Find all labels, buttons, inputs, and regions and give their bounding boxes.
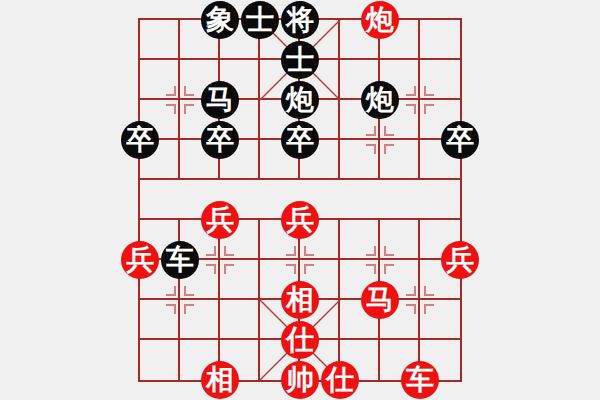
app-background: 象士将炮士马炮炮卒卒卒卒兵兵兵车兵相马仕相帅仕车 [0, 0, 600, 400]
point-marker-corner [224, 246, 234, 256]
point-marker-corner [424, 304, 434, 314]
point-marker-corner [366, 126, 376, 136]
point-marker [366, 246, 394, 274]
point-marker-corner [304, 246, 314, 256]
point-marker-corner [166, 86, 176, 96]
piece-red-chariot[interactable]: 车 [401, 361, 439, 399]
piece-black-soldier[interactable]: 卒 [281, 121, 319, 159]
point-marker [366, 126, 394, 154]
point-marker-corner [166, 286, 176, 296]
piece-black-horse[interactable]: 马 [201, 81, 239, 119]
point-marker-corner [406, 86, 416, 96]
point-marker [406, 286, 434, 314]
piece-black-elephant[interactable]: 象 [201, 1, 239, 39]
point-marker-corner [366, 264, 376, 274]
piece-black-soldier[interactable]: 卒 [201, 121, 239, 159]
point-marker-corner [206, 246, 216, 256]
point-marker [166, 86, 194, 114]
point-marker-corner [406, 304, 416, 314]
point-marker-corner [384, 126, 394, 136]
point-marker [406, 86, 434, 114]
point-marker [166, 286, 194, 314]
point-marker-corner [166, 304, 176, 314]
piece-black-advisor[interactable]: 士 [281, 41, 319, 79]
point-marker-corner [184, 286, 194, 296]
piece-red-advisor[interactable]: 仕 [321, 361, 359, 399]
point-marker-corner [424, 104, 434, 114]
point-marker-corner [206, 264, 216, 274]
point-marker-corner [286, 246, 296, 256]
piece-black-advisor[interactable]: 士 [241, 1, 279, 39]
point-marker-corner [366, 246, 376, 256]
point-marker-corner [184, 304, 194, 314]
point-marker [206, 246, 234, 274]
point-marker [286, 246, 314, 274]
point-marker-corner [366, 144, 376, 154]
piece-black-soldier[interactable]: 卒 [441, 121, 479, 159]
piece-black-general[interactable]: 将 [281, 1, 319, 39]
piece-red-soldier[interactable]: 兵 [201, 201, 239, 239]
board-overlay: 象士将炮士马炮炮卒卒卒卒兵兵兵车兵相马仕相帅仕车 [140, 20, 460, 380]
point-marker-corner [384, 246, 394, 256]
point-marker-corner [224, 264, 234, 274]
piece-red-advisor[interactable]: 仕 [281, 321, 319, 359]
point-marker-corner [406, 104, 416, 114]
point-marker-corner [184, 104, 194, 114]
point-marker-corner [424, 86, 434, 96]
piece-red-horse[interactable]: 马 [361, 281, 399, 319]
point-marker-corner [286, 264, 296, 274]
piece-red-soldier[interactable]: 兵 [121, 241, 159, 279]
piece-red-cannon[interactable]: 炮 [361, 1, 399, 39]
point-marker-corner [424, 286, 434, 296]
piece-black-cannon[interactable]: 炮 [281, 81, 319, 119]
point-marker-corner [406, 286, 416, 296]
piece-red-general[interactable]: 帅 [281, 361, 319, 399]
piece-red-soldier[interactable]: 兵 [281, 201, 319, 239]
point-marker-corner [384, 264, 394, 274]
point-marker-corner [184, 86, 194, 96]
piece-black-soldier[interactable]: 卒 [121, 121, 159, 159]
piece-black-chariot[interactable]: 车 [161, 241, 199, 279]
xiangqi-board: 象士将炮士马炮炮卒卒卒卒兵兵兵车兵相马仕相帅仕车 [138, 18, 462, 382]
point-marker-corner [166, 104, 176, 114]
piece-red-elephant[interactable]: 相 [281, 281, 319, 319]
piece-red-elephant[interactable]: 相 [201, 361, 239, 399]
piece-red-soldier[interactable]: 兵 [441, 241, 479, 279]
piece-black-cannon[interactable]: 炮 [361, 81, 399, 119]
point-marker-corner [384, 144, 394, 154]
point-marker-corner [304, 264, 314, 274]
